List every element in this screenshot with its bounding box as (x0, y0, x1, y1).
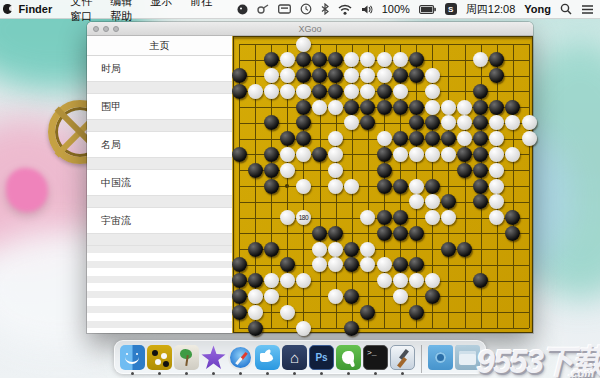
app-status-icon[interactable] (237, 4, 248, 15)
dock-divider (421, 345, 422, 373)
white-stone (328, 289, 343, 304)
white-stone (377, 52, 392, 67)
black-stone (344, 257, 359, 272)
dock-item-home[interactable]: ⌂ (282, 345, 307, 373)
battery-percent: 100% (382, 3, 410, 15)
black-stone (505, 100, 520, 115)
menu-item-帮助[interactable]: 帮助 (101, 10, 141, 22)
black-stone (264, 163, 279, 178)
white-stone (264, 84, 279, 99)
sidebar-item-时局[interactable]: 时局 (87, 56, 232, 81)
window-content: 主页 时局围甲名局中国流宇宙流 180 (87, 36, 533, 333)
white-stone (441, 115, 456, 130)
black-stone (473, 100, 488, 115)
menu-item-窗口[interactable]: 窗口 (61, 10, 101, 22)
black-stone (360, 100, 375, 115)
running-indicator (374, 372, 377, 375)
black-stone (409, 131, 424, 146)
running-indicator (320, 372, 323, 375)
white-stone (280, 52, 295, 67)
sidebar-list: 时局围甲名局中国流宇宙流 (87, 56, 232, 246)
menu-user[interactable]: Yong (524, 3, 551, 15)
wallpaper-flower (6, 168, 48, 212)
white-stone (344, 68, 359, 83)
watermark: 9553下载 .com (477, 345, 600, 378)
black-stone (264, 115, 279, 130)
white-stone (296, 84, 311, 99)
dock-item-ps[interactable]: Ps (309, 345, 334, 373)
menu-items: 文件编辑显示前往窗口帮助 (61, 0, 236, 24)
dock-item-term[interactable]: >_ (363, 345, 388, 373)
black-stone (248, 321, 263, 336)
white-stone (489, 147, 504, 162)
white-stone (312, 257, 327, 272)
white-stone (425, 273, 440, 288)
white-stone: 180 (296, 210, 311, 225)
white-stone (425, 194, 440, 209)
white-stone (344, 84, 359, 99)
running-indicator (185, 372, 188, 375)
black-stone (264, 242, 279, 257)
black-stone (473, 147, 488, 162)
white-stone (296, 147, 311, 162)
white-stone (280, 163, 295, 178)
white-stone (280, 84, 295, 99)
dock-item-photos[interactable] (174, 345, 199, 373)
black-stone (344, 289, 359, 304)
sidebar-separator (87, 195, 232, 208)
dock-item-safari[interactable] (228, 345, 253, 373)
menu-item-文件[interactable]: 文件 (61, 0, 101, 7)
black-stone (393, 226, 408, 241)
black-stone (489, 52, 504, 67)
black-stone (377, 179, 392, 194)
grid-line (239, 296, 529, 297)
safari-icon[interactable] (228, 345, 253, 370)
menu-clock[interactable]: 周四12:08 (466, 2, 516, 17)
running-indicator (158, 372, 161, 375)
white-stone (328, 179, 343, 194)
white-stone (360, 242, 375, 257)
black-stone (328, 68, 343, 83)
white-stone (489, 131, 504, 146)
white-stone (280, 68, 295, 83)
black-stone (441, 194, 456, 209)
black-stone (344, 242, 359, 257)
dock-item-ev[interactable] (336, 345, 361, 373)
white-stone (377, 68, 392, 83)
white-stone (328, 257, 343, 272)
black-stone (457, 147, 472, 162)
white-stone (296, 321, 311, 336)
black-stone (377, 210, 392, 225)
black-stone (409, 100, 424, 115)
white-stone (344, 52, 359, 67)
hoshi-point (285, 184, 289, 188)
window-titlebar[interactable]: XGoo (87, 22, 533, 36)
star-icon[interactable] (201, 345, 226, 370)
black-stone (377, 147, 392, 162)
white-stone (312, 242, 327, 257)
white-stone (522, 115, 537, 130)
black-stone (344, 321, 359, 336)
black-stone (248, 242, 263, 257)
apple-icon (3, 4, 12, 14)
running-indicator (212, 372, 215, 375)
white-stone (344, 179, 359, 194)
white-stone (360, 68, 375, 83)
white-stone (409, 194, 424, 209)
white-stone (425, 84, 440, 99)
white-stone (505, 147, 520, 162)
grid-line (448, 44, 449, 328)
black-stone (296, 52, 311, 67)
sidebar-item-围甲[interactable]: 围甲 (87, 94, 232, 119)
menu-item-显示[interactable]: 显示 (141, 0, 181, 7)
white-stone (280, 210, 295, 225)
white-stone (409, 179, 424, 194)
white-stone (360, 84, 375, 99)
black-stone (377, 226, 392, 241)
white-stone (328, 242, 343, 257)
sidebar-separator (87, 81, 232, 94)
black-stone (425, 131, 440, 146)
white-stone (457, 100, 472, 115)
black-stone (393, 100, 408, 115)
black-stone (232, 289, 247, 304)
black-stone (473, 194, 488, 209)
grid-line (529, 44, 530, 328)
black-stone (360, 115, 375, 130)
white-stone (328, 131, 343, 146)
input-method-icon[interactable]: S (445, 3, 457, 15)
black-stone (473, 179, 488, 194)
white-stone (473, 52, 488, 67)
notification-center-icon[interactable] (581, 4, 594, 15)
black-stone (312, 84, 327, 99)
white-stone (457, 131, 472, 146)
black-stone (328, 52, 343, 67)
white-stone (312, 100, 327, 115)
white-stone (377, 273, 392, 288)
finder-icon[interactable] (120, 345, 145, 370)
black-stone (232, 147, 247, 162)
black-stone (232, 257, 247, 272)
menu-left: Finder 文件编辑显示前往窗口帮助 (0, 0, 237, 24)
black-stone (409, 305, 424, 320)
black-stone (328, 226, 343, 241)
black-stone (409, 226, 424, 241)
grid-line (465, 44, 466, 328)
white-stone (280, 273, 295, 288)
black-stone (473, 131, 488, 146)
black-stone (409, 68, 424, 83)
black-stone (425, 179, 440, 194)
white-stone (393, 273, 408, 288)
white-stone (393, 52, 408, 67)
white-stone (425, 210, 440, 225)
black-stone (312, 52, 327, 67)
white-stone (457, 115, 472, 130)
dock-item-xgoo[interactable] (147, 345, 172, 373)
battery-icon[interactable] (419, 5, 436, 14)
white-stone (393, 147, 408, 162)
white-stone (280, 147, 295, 162)
black-stone (232, 305, 247, 320)
photos-icon[interactable] (174, 345, 199, 370)
white-stone (377, 131, 392, 146)
black-stone (296, 68, 311, 83)
ps-icon[interactable]: Ps (309, 345, 334, 370)
black-stone (264, 147, 279, 162)
black-stone (473, 115, 488, 130)
black-stone (393, 68, 408, 83)
white-stone (328, 147, 343, 162)
move-number-label: 180 (299, 214, 308, 221)
black-stone (393, 210, 408, 225)
black-stone (360, 305, 375, 320)
white-stone (264, 289, 279, 304)
white-stone (522, 131, 537, 146)
white-stone (489, 194, 504, 209)
keyboard-icon[interactable] (278, 4, 291, 14)
menu-bar: Finder 文件编辑显示前往窗口帮助 100% S 周四12:08 Yong (0, 0, 600, 19)
sidebar-item-宇宙流[interactable]: 宇宙流 (87, 208, 232, 233)
black-stone (377, 100, 392, 115)
black-stone (473, 273, 488, 288)
white-stone (441, 147, 456, 162)
white-stone (409, 147, 424, 162)
term-icon[interactable]: >_ (363, 345, 388, 370)
black-stone (457, 163, 472, 178)
spotlight-search-icon[interactable] (560, 3, 572, 15)
black-stone (505, 226, 520, 241)
white-stone (296, 179, 311, 194)
black-stone (393, 131, 408, 146)
white-stone (296, 273, 311, 288)
white-stone (328, 100, 343, 115)
twitter-icon[interactable] (255, 345, 280, 370)
black-stone (425, 289, 440, 304)
grid-line (239, 328, 529, 329)
white-stone (328, 163, 343, 178)
white-stone (248, 289, 263, 304)
grid-line (513, 44, 514, 328)
white-stone (505, 115, 520, 130)
black-stone (489, 100, 504, 115)
white-stone (377, 257, 392, 272)
home-icon[interactable]: ⌂ (282, 345, 307, 370)
bluetooth-icon[interactable] (321, 3, 329, 15)
dock-item-folder1[interactable] (428, 345, 453, 373)
black-stone (489, 68, 504, 83)
xcode-icon[interactable] (390, 345, 415, 370)
clock-menu-icon[interactable] (300, 3, 312, 15)
black-stone (377, 84, 392, 99)
menu-item-编辑[interactable]: 编辑 (101, 0, 141, 7)
white-stone (489, 163, 504, 178)
black-stone (248, 163, 263, 178)
black-stone (441, 131, 456, 146)
black-stone (296, 100, 311, 115)
active-app-menu[interactable]: Finder (15, 3, 62, 15)
running-indicator (131, 372, 134, 375)
white-stone (425, 100, 440, 115)
sidebar-header: 主页 (87, 36, 232, 56)
running-indicator (293, 372, 296, 375)
black-stone (393, 257, 408, 272)
white-stone (393, 289, 408, 304)
black-stone (473, 163, 488, 178)
apple-menu[interactable] (0, 4, 15, 14)
black-stone (425, 115, 440, 130)
sidebar-item-名局[interactable]: 名局 (87, 132, 232, 157)
dock-item-xcode[interactable] (390, 345, 415, 373)
black-stone (409, 52, 424, 67)
volume-icon[interactable] (361, 4, 373, 15)
sidebar-separator (87, 233, 232, 246)
grid-line (239, 249, 529, 250)
white-stone (264, 273, 279, 288)
black-stone (457, 242, 472, 257)
wifi-icon[interactable] (338, 4, 352, 15)
white-stone (393, 84, 408, 99)
black-stone (441, 242, 456, 257)
menu-status-area: 100% S 周四12:08 Yong (237, 2, 600, 17)
black-stone (232, 68, 247, 83)
black-stone (264, 179, 279, 194)
folder1-icon[interactable] (428, 345, 453, 370)
black-stone (409, 257, 424, 272)
white-stone (441, 210, 456, 225)
go-board[interactable]: 180 (233, 36, 533, 333)
black-stone (312, 68, 327, 83)
running-indicator (239, 372, 242, 375)
black-stone (296, 131, 311, 146)
dock: ⌂Ps>_ (114, 340, 486, 374)
white-stone (360, 52, 375, 67)
black-stone (312, 147, 327, 162)
sidebar-item-中国流[interactable]: 中国流 (87, 170, 232, 195)
white-stone (264, 68, 279, 83)
sidebar-separator (87, 119, 232, 132)
white-stone (441, 100, 456, 115)
sidebar-empty-rows (87, 246, 232, 333)
running-indicator (347, 372, 350, 375)
black-stone (505, 210, 520, 225)
black-stone (296, 115, 311, 130)
black-stone (377, 163, 392, 178)
tool-status-icon[interactable] (257, 4, 269, 15)
white-stone (344, 115, 359, 130)
white-stone (296, 37, 311, 52)
black-stone (280, 257, 295, 272)
black-stone (232, 273, 247, 288)
white-stone (248, 84, 263, 99)
running-indicator (401, 372, 404, 375)
black-stone (232, 84, 247, 99)
black-stone (473, 84, 488, 99)
black-stone (312, 226, 327, 241)
ev-icon[interactable] (336, 345, 361, 370)
xgoo-icon[interactable] (147, 345, 172, 370)
white-stone (409, 273, 424, 288)
black-stone (248, 273, 263, 288)
sidebar: 主页 时局围甲名局中国流宇宙流 (87, 36, 233, 333)
black-stone (344, 100, 359, 115)
white-stone (489, 115, 504, 130)
white-stone (425, 68, 440, 83)
white-stone (248, 305, 263, 320)
white-stone (360, 257, 375, 272)
watermark-suffix: .com (568, 368, 594, 378)
desktop: Finder 文件编辑显示前往窗口帮助 100% S 周四12:08 Yong (0, 0, 600, 378)
running-indicator (266, 372, 269, 375)
white-stone (360, 210, 375, 225)
white-stone (280, 305, 295, 320)
menu-item-前往[interactable]: 前往 (181, 0, 221, 7)
black-stone (264, 52, 279, 67)
white-stone (425, 147, 440, 162)
black-stone (328, 84, 343, 99)
black-stone (393, 179, 408, 194)
dock-item-star[interactable] (201, 345, 226, 373)
window-title: XGoo (87, 24, 533, 34)
black-stone (280, 131, 295, 146)
sidebar-separator (87, 157, 232, 170)
dock-item-twitter[interactable] (255, 345, 280, 373)
white-stone (489, 210, 504, 225)
dock-item-finder[interactable] (120, 345, 145, 373)
app-window: XGoo 主页 时局围甲名局中国流宇宙流 180 (87, 22, 533, 333)
white-stone (489, 179, 504, 194)
black-stone (409, 115, 424, 130)
